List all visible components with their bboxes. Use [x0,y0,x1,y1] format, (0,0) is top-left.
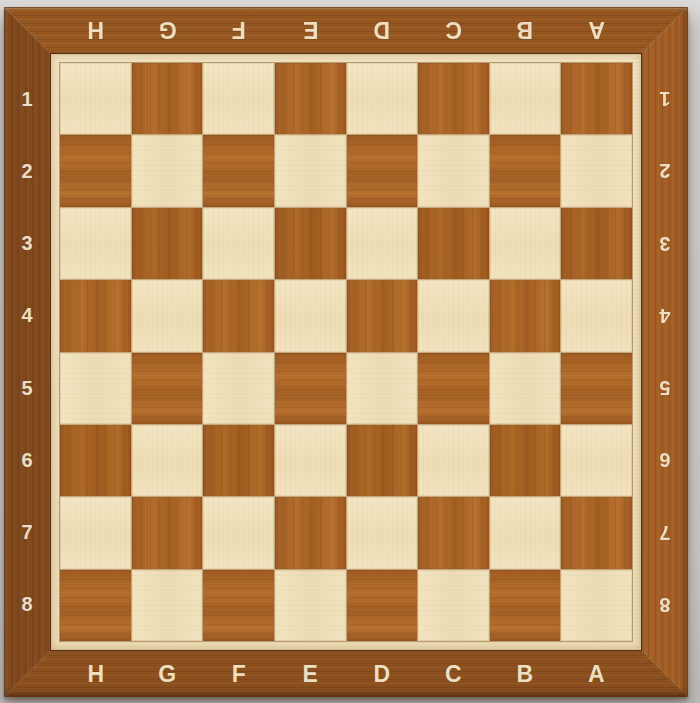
square-e8[interactable] [275,570,346,641]
square-f5[interactable] [203,353,274,424]
square-g7[interactable] [132,497,203,568]
square-g2[interactable] [132,135,203,206]
square-d1[interactable] [347,63,418,134]
square-c4[interactable] [418,280,489,351]
square-a6[interactable] [561,425,632,496]
square-d2[interactable] [347,135,418,206]
square-a2[interactable] [561,135,632,206]
square-d7[interactable] [347,497,418,568]
square-b1[interactable] [490,63,561,134]
square-b8[interactable] [490,570,561,641]
square-e6[interactable] [275,425,346,496]
board-inner-border [50,53,642,651]
square-a1[interactable] [561,63,632,134]
square-f6[interactable] [203,425,274,496]
square-f8[interactable] [203,570,274,641]
square-e4[interactable] [275,280,346,351]
board-grid [60,63,632,641]
square-c3[interactable] [418,208,489,279]
square-f2[interactable] [203,135,274,206]
square-f4[interactable] [203,280,274,351]
square-h3[interactable] [60,208,131,279]
square-f7[interactable] [203,497,274,568]
square-c8[interactable] [418,570,489,641]
square-g1[interactable] [132,63,203,134]
photo-background: HGFEDCBA HGFEDCBA 12345678 12345678 [0,0,700,703]
square-e7[interactable] [275,497,346,568]
square-a4[interactable] [561,280,632,351]
square-c1[interactable] [418,63,489,134]
square-d5[interactable] [347,353,418,424]
square-g5[interactable] [132,353,203,424]
square-c5[interactable] [418,353,489,424]
square-b6[interactable] [490,425,561,496]
square-e3[interactable] [275,208,346,279]
square-b3[interactable] [490,208,561,279]
square-h1[interactable] [60,63,131,134]
square-b5[interactable] [490,353,561,424]
square-h5[interactable] [60,353,131,424]
square-h7[interactable] [60,497,131,568]
square-e5[interactable] [275,353,346,424]
square-f1[interactable] [203,63,274,134]
square-h6[interactable] [60,425,131,496]
chess-board: HGFEDCBA HGFEDCBA 12345678 12345678 [4,7,688,697]
square-a3[interactable] [561,208,632,279]
square-a7[interactable] [561,497,632,568]
square-h8[interactable] [60,570,131,641]
square-g8[interactable] [132,570,203,641]
square-f3[interactable] [203,208,274,279]
square-g6[interactable] [132,425,203,496]
square-c6[interactable] [418,425,489,496]
square-b7[interactable] [490,497,561,568]
square-g4[interactable] [132,280,203,351]
square-h4[interactable] [60,280,131,351]
square-e1[interactable] [275,63,346,134]
square-d8[interactable] [347,570,418,641]
square-d3[interactable] [347,208,418,279]
square-a8[interactable] [561,570,632,641]
square-c7[interactable] [418,497,489,568]
square-g3[interactable] [132,208,203,279]
square-e2[interactable] [275,135,346,206]
square-d6[interactable] [347,425,418,496]
square-h2[interactable] [60,135,131,206]
square-c2[interactable] [418,135,489,206]
square-d4[interactable] [347,280,418,351]
square-b4[interactable] [490,280,561,351]
square-a5[interactable] [561,353,632,424]
square-b2[interactable] [490,135,561,206]
